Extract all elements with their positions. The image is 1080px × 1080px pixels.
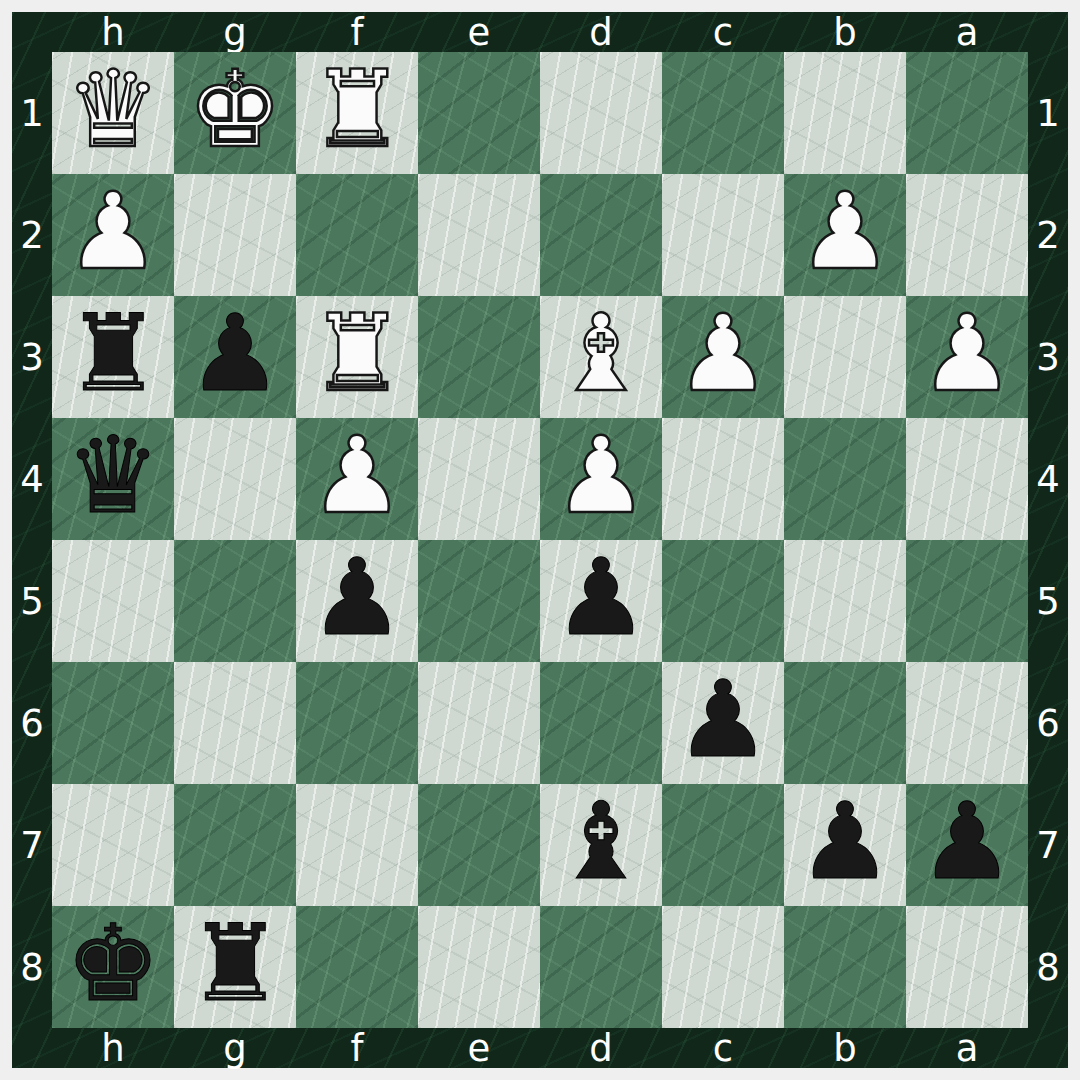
black-bishop-d7: ♝ [553, 789, 648, 895]
square-c2[interactable] [662, 174, 784, 296]
square-a1[interactable] [906, 52, 1028, 174]
square-b2[interactable]: ♟ [784, 174, 906, 296]
rank-label-left-8: 8 [12, 906, 52, 1028]
square-e8[interactable] [418, 906, 540, 1028]
square-b8[interactable] [784, 906, 906, 1028]
black-king-h8: ♚ [65, 911, 160, 1017]
square-f7[interactable] [296, 784, 418, 906]
square-g7[interactable] [174, 784, 296, 906]
square-b1[interactable] [784, 52, 906, 174]
white-bishop-d3: ♝ [553, 301, 648, 407]
file-label-bottom-c: c [662, 1028, 784, 1068]
square-g6[interactable] [174, 662, 296, 784]
square-c1[interactable] [662, 52, 784, 174]
square-d5[interactable]: ♟ [540, 540, 662, 662]
black-pawn-b7: ♟ [797, 789, 892, 895]
black-pawn-g3: ♟ [187, 301, 282, 407]
black-queen-h4: ♛ [65, 423, 160, 529]
square-d8[interactable] [540, 906, 662, 1028]
rank-label-left-6: 6 [12, 662, 52, 784]
white-pawn-b2: ♟ [797, 179, 892, 285]
rank-label-right-5: 5 [1028, 540, 1068, 662]
square-a4[interactable] [906, 418, 1028, 540]
file-label-top-a: a [906, 12, 1028, 52]
square-g2[interactable] [174, 174, 296, 296]
white-rook-f3: ♜ [309, 301, 404, 407]
square-g3[interactable]: ♟ [174, 296, 296, 418]
file-label-top-b: b [784, 12, 906, 52]
square-c5[interactable] [662, 540, 784, 662]
white-rook-f1: ♜ [309, 57, 404, 163]
white-pawn-c3: ♟ [675, 301, 770, 407]
board-squares: ♛♚♜♟♟♜♟♜♝♟♟♛♟♟♟♟♟♝♟♟♚♜ [52, 52, 1028, 1028]
black-rook-g8: ♜ [187, 911, 282, 1017]
file-label-top-e: e [418, 12, 540, 52]
rank-label-left-2: 2 [12, 174, 52, 296]
rank-label-right-1: 1 [1028, 52, 1068, 174]
square-d3[interactable]: ♝ [540, 296, 662, 418]
square-f8[interactable] [296, 906, 418, 1028]
square-e3[interactable] [418, 296, 540, 418]
square-d4[interactable]: ♟ [540, 418, 662, 540]
black-pawn-d5: ♟ [553, 545, 648, 651]
square-c6[interactable]: ♟ [662, 662, 784, 784]
square-c7[interactable] [662, 784, 784, 906]
square-g5[interactable] [174, 540, 296, 662]
white-queen-h1: ♛ [65, 57, 160, 163]
file-label-top-h: h [52, 12, 174, 52]
square-h1[interactable]: ♛ [52, 52, 174, 174]
black-rook-h3: ♜ [65, 301, 160, 407]
square-b5[interactable] [784, 540, 906, 662]
square-c8[interactable] [662, 906, 784, 1028]
rank-label-left-3: 3 [12, 296, 52, 418]
square-g1[interactable]: ♚ [174, 52, 296, 174]
square-f3[interactable]: ♜ [296, 296, 418, 418]
rank-label-right-3: 3 [1028, 296, 1068, 418]
rank-labels-right: 12345678 [1028, 52, 1068, 1028]
square-a5[interactable] [906, 540, 1028, 662]
square-g8[interactable]: ♜ [174, 906, 296, 1028]
rank-labels-left: 12345678 [12, 52, 52, 1028]
square-f6[interactable] [296, 662, 418, 784]
rank-label-left-4: 4 [12, 418, 52, 540]
square-d2[interactable] [540, 174, 662, 296]
rank-label-left-7: 7 [12, 784, 52, 906]
square-a7[interactable]: ♟ [906, 784, 1028, 906]
square-c4[interactable] [662, 418, 784, 540]
rank-label-right-7: 7 [1028, 784, 1068, 906]
black-pawn-a7: ♟ [919, 789, 1014, 895]
rank-label-right-4: 4 [1028, 418, 1068, 540]
file-labels-top: hgfedcba [52, 12, 1028, 52]
white-pawn-f4: ♟ [309, 423, 404, 529]
file-labels-bottom: hgfedcba [52, 1028, 1028, 1068]
rank-label-left-1: 1 [12, 52, 52, 174]
square-h8[interactable]: ♚ [52, 906, 174, 1028]
white-pawn-a3: ♟ [919, 301, 1014, 407]
file-label-bottom-d: d [540, 1028, 662, 1068]
white-pawn-h2: ♟ [65, 179, 160, 285]
square-h2[interactable]: ♟ [52, 174, 174, 296]
square-e6[interactable] [418, 662, 540, 784]
square-f2[interactable] [296, 174, 418, 296]
file-label-bottom-a: a [906, 1028, 1028, 1068]
square-d6[interactable] [540, 662, 662, 784]
chessboard: hgfedcba hgfedcba 12345678 12345678 ♛♚♜♟… [12, 12, 1068, 1068]
square-g4[interactable] [174, 418, 296, 540]
rank-label-right-2: 2 [1028, 174, 1068, 296]
square-e4[interactable] [418, 418, 540, 540]
square-e2[interactable] [418, 174, 540, 296]
square-b4[interactable] [784, 418, 906, 540]
square-e1[interactable] [418, 52, 540, 174]
square-f5[interactable]: ♟ [296, 540, 418, 662]
square-h5[interactable] [52, 540, 174, 662]
square-h3[interactable]: ♜ [52, 296, 174, 418]
white-king-g1: ♚ [187, 57, 282, 163]
file-label-bottom-g: g [174, 1028, 296, 1068]
rank-label-left-5: 5 [12, 540, 52, 662]
square-d1[interactable] [540, 52, 662, 174]
square-f4[interactable]: ♟ [296, 418, 418, 540]
square-h4[interactable]: ♛ [52, 418, 174, 540]
square-a3[interactable]: ♟ [906, 296, 1028, 418]
file-label-bottom-h: h [52, 1028, 174, 1068]
square-e5[interactable] [418, 540, 540, 662]
file-label-top-c: c [662, 12, 784, 52]
square-a2[interactable] [906, 174, 1028, 296]
square-b7[interactable]: ♟ [784, 784, 906, 906]
square-d7[interactable]: ♝ [540, 784, 662, 906]
file-label-bottom-e: e [418, 1028, 540, 1068]
file-label-top-d: d [540, 12, 662, 52]
square-c3[interactable]: ♟ [662, 296, 784, 418]
file-label-bottom-f: f [296, 1028, 418, 1068]
square-h6[interactable] [52, 662, 174, 784]
black-pawn-f5: ♟ [309, 545, 404, 651]
square-b6[interactable] [784, 662, 906, 784]
square-e7[interactable] [418, 784, 540, 906]
file-label-top-g: g [174, 12, 296, 52]
square-a8[interactable] [906, 906, 1028, 1028]
rank-label-right-6: 6 [1028, 662, 1068, 784]
square-a6[interactable] [906, 662, 1028, 784]
file-label-bottom-b: b [784, 1028, 906, 1068]
square-h7[interactable] [52, 784, 174, 906]
black-pawn-c6: ♟ [675, 667, 770, 773]
square-f1[interactable]: ♜ [296, 52, 418, 174]
square-b3[interactable] [784, 296, 906, 418]
white-pawn-d4: ♟ [553, 423, 648, 529]
file-label-top-f: f [296, 12, 418, 52]
rank-label-right-8: 8 [1028, 906, 1068, 1028]
